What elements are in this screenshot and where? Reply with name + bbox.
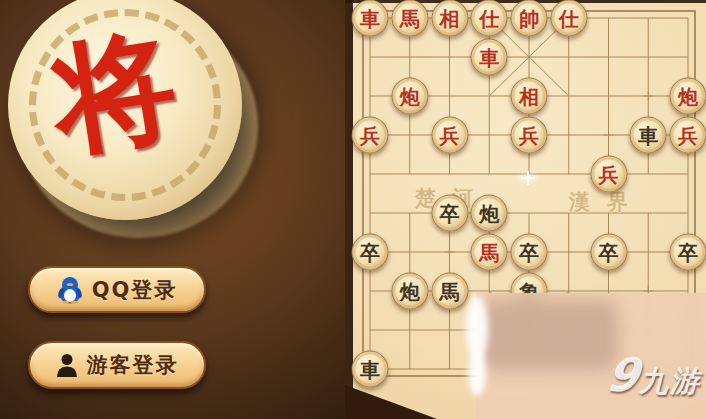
piece-glyph: 相 (519, 86, 539, 106)
white-smudge-small (468, 350, 486, 396)
guest-person-icon (56, 353, 78, 377)
piece-炮-red[interactable]: 炮 (670, 78, 706, 115)
decorative-general-piece: 将 (8, 0, 242, 220)
guest-login-button[interactable]: 游客登录 (28, 341, 206, 389)
piece-glyph: 兵 (360, 125, 380, 145)
piece-炮-black[interactable]: 炮 (471, 195, 508, 232)
piece-馬-red[interactable]: 馬 (471, 234, 508, 271)
piece-卒-black[interactable]: 卒 (670, 234, 706, 271)
piece-glyph: 帥 (519, 8, 539, 28)
piece-glyph: 炮 (479, 203, 499, 223)
piece-glyph: 車 (360, 8, 380, 28)
piece-相-red[interactable]: 相 (431, 0, 468, 37)
blur-inner-patch (480, 300, 618, 370)
piece-glyph: 車 (638, 125, 658, 145)
piece-glyph: 卒 (678, 242, 698, 262)
piece-glyph: 兵 (519, 125, 539, 145)
piece-glyph: 兵 (599, 164, 619, 184)
piece-兵-red[interactable]: 兵 (590, 156, 627, 193)
piece-glyph: 馬 (479, 242, 499, 262)
piece-卒-black[interactable]: 卒 (511, 234, 548, 271)
piece-卒-black[interactable]: 卒 (590, 234, 627, 271)
piece-車-red[interactable]: 車 (471, 39, 508, 76)
piece-帥-red[interactable]: 帥 (511, 0, 548, 37)
piece-炮-red[interactable]: 炮 (391, 78, 428, 115)
piece-glyph: 兵 (440, 125, 460, 145)
piece-兵-red[interactable]: 兵 (670, 117, 706, 154)
piece-glyph: 卒 (440, 203, 460, 223)
guest-login-label: 游客登录 (87, 351, 179, 379)
general-character: 将 (42, 4, 188, 185)
piece-卒-black[interactable]: 卒 (431, 195, 468, 232)
piece-車-black[interactable]: 車 (352, 351, 389, 388)
piece-glyph: 馬 (400, 8, 420, 28)
piece-炮-black[interactable]: 炮 (391, 273, 428, 310)
qq-penguin-icon (57, 276, 83, 304)
jiuyou-watermark-text: 九游 (639, 365, 701, 398)
jiuyou-watermark: 9 九游 (607, 352, 701, 398)
jiuyou-logo-icon: 9 (604, 352, 642, 398)
piece-glyph: 卒 (599, 242, 619, 262)
piece-兵-red[interactable]: 兵 (511, 117, 548, 154)
piece-glyph: 相 (440, 8, 460, 28)
qq-login-button[interactable]: QQ登录 (28, 266, 206, 313)
piece-glyph: 卒 (519, 242, 539, 262)
piece-glyph: 兵 (678, 125, 698, 145)
piece-glyph: 炮 (400, 86, 420, 106)
piece-glyph: 車 (360, 359, 380, 379)
piece-馬-red[interactable]: 馬 (391, 0, 428, 37)
piece-glyph: 炮 (400, 281, 420, 301)
piece-馬-black[interactable]: 馬 (431, 273, 468, 310)
piece-glyph: 炮 (678, 86, 698, 106)
piece-相-red[interactable]: 相 (511, 78, 548, 115)
piece-卒-black[interactable]: 卒 (352, 234, 389, 271)
qq-login-label: QQ登录 (92, 276, 178, 304)
piece-glyph: 仕 (559, 8, 579, 28)
sparkle-glint (521, 177, 535, 179)
piece-glyph: 車 (479, 47, 499, 67)
left-panel: 将 QQ登录 游客登录 (0, 0, 345, 419)
xiangqi-board[interactable]: 楚河 漢界 車馬相仕帥仕車炮相炮兵兵兵車兵兵卒炮卒馬卒卒卒炮馬象車 9 九游 (345, 0, 706, 419)
piece-兵-red[interactable]: 兵 (431, 117, 468, 154)
piece-仕-red[interactable]: 仕 (471, 0, 508, 37)
piece-車-black[interactable]: 車 (630, 117, 667, 154)
piece-glyph: 馬 (440, 281, 460, 301)
piece-glyph: 仕 (479, 8, 499, 28)
piece-車-red[interactable]: 車 (352, 0, 389, 37)
app-screenshot: 将 QQ登录 游客登录 楚河 漢界 (0, 0, 706, 419)
piece-glyph: 卒 (360, 242, 380, 262)
piece-仕-red[interactable]: 仕 (550, 0, 587, 37)
piece-兵-red[interactable]: 兵 (352, 117, 389, 154)
